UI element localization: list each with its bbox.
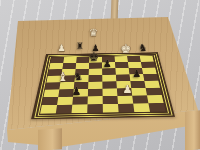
piece-black-knight-g7: ♞ bbox=[139, 43, 148, 53]
piece-white-king-f7: ♚ bbox=[121, 43, 132, 55]
piece-black-king-d6: ♚ bbox=[89, 50, 100, 62]
piece-black-knight-c4: ♞ bbox=[74, 70, 84, 81]
piece-white-pawn-f3: ♟ bbox=[123, 84, 133, 95]
piece-black-pawn-c3: ♟ bbox=[72, 86, 82, 97]
pieces-layer: ♛♟♜♟♚♞♚♟♝♞♟♟♟ bbox=[0, 0, 200, 150]
piece-white-pawn-b7: ♟ bbox=[57, 44, 65, 53]
piece-white-queen-d8: ♛ bbox=[89, 28, 98, 38]
piece-black-pawn-e5: ♟ bbox=[103, 59, 112, 69]
piece-black-rook-c7: ♜ bbox=[76, 42, 84, 51]
piece-black-pawn-g4: ♟ bbox=[133, 69, 142, 79]
piece-white-bishop-b4: ♝ bbox=[58, 70, 69, 82]
scene: ♛♟♜♟♚♞♚♟♝♞♟♟♟ bbox=[0, 0, 200, 150]
